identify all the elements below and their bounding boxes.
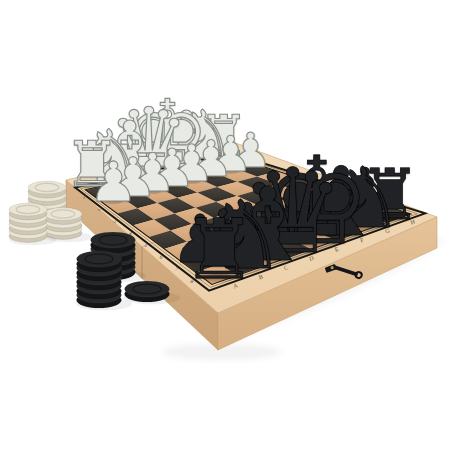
chess-set-product-photo: ABCDEFGH12345678 ♜♞♝♟♚♟♛♟♝♟♞♜♟♟♟♟♟♟♜♟♞♟♝…: [0, 0, 450, 450]
piece-white-pawn-a2[interactable]: ♟: [89, 155, 138, 210]
piece-black-rook-a8[interactable]: ♜: [182, 208, 256, 291]
